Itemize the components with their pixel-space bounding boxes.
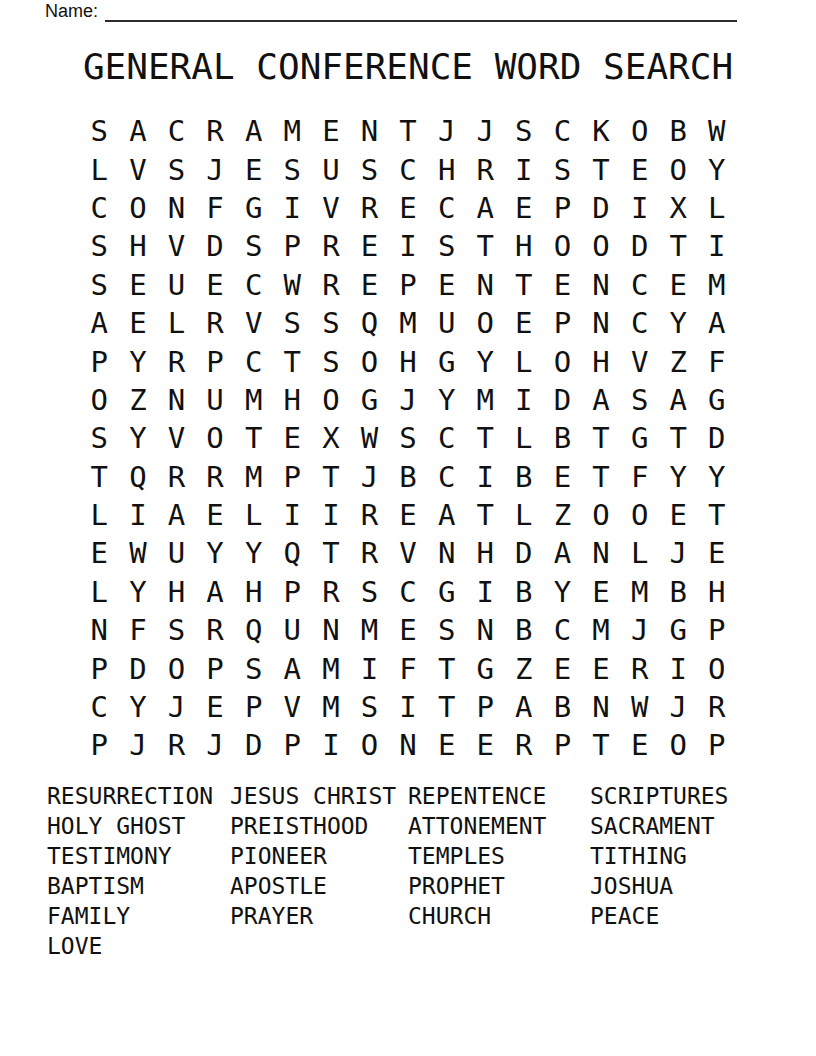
- grid-cell[interactable]: I: [389, 227, 428, 265]
- grid-cell[interactable]: S: [312, 304, 351, 342]
- grid-cell[interactable]: O: [466, 304, 505, 342]
- grid-cell[interactable]: R: [312, 266, 351, 304]
- grid-cell[interactable]: E: [389, 496, 428, 534]
- grid-cell[interactable]: S: [505, 112, 544, 150]
- grid-cell[interactable]: S: [350, 150, 389, 188]
- grid-cell[interactable]: N: [582, 304, 621, 342]
- grid-cell[interactable]: Y: [698, 150, 737, 188]
- grid-cell[interactable]: E: [196, 266, 235, 304]
- grid-cell[interactable]: V: [312, 189, 351, 227]
- grid-cell[interactable]: T: [389, 112, 428, 150]
- grid-cell[interactable]: M: [273, 112, 312, 150]
- grid-cell[interactable]: S: [427, 227, 466, 265]
- grid-cell[interactable]: L: [505, 419, 544, 457]
- grid-cell[interactable]: J: [466, 112, 505, 150]
- grid-cell[interactable]: N: [427, 534, 466, 572]
- grid-cell[interactable]: O: [582, 496, 621, 534]
- grid-cell[interactable]: T: [466, 419, 505, 457]
- grid-cell[interactable]: L: [505, 496, 544, 534]
- grid-cell[interactable]: J: [157, 688, 196, 726]
- grid-cell[interactable]: S: [80, 227, 119, 265]
- grid-cell[interactable]: R: [505, 726, 544, 764]
- grid-cell[interactable]: M: [582, 611, 621, 649]
- grid-cell[interactable]: H: [698, 573, 737, 611]
- grid-cell[interactable]: W: [350, 419, 389, 457]
- grid-cell[interactable]: D: [196, 227, 235, 265]
- grid-cell[interactable]: A: [543, 534, 582, 572]
- grid-cell[interactable]: R: [196, 611, 235, 649]
- grid-cell[interactable]: L: [698, 189, 737, 227]
- grid-cell[interactable]: Z: [543, 496, 582, 534]
- grid-cell[interactable]: P: [80, 649, 119, 687]
- grid-cell[interactable]: V: [119, 150, 158, 188]
- word-list-item: PREISTHOOD: [230, 812, 408, 842]
- grid-cell[interactable]: E: [389, 189, 428, 227]
- word-search-grid: SACRAMENTJJSCKOBWLVSJESUSCHRISTEOYCONFGI…: [80, 112, 736, 765]
- grid-cell[interactable]: E: [543, 649, 582, 687]
- grid-cell[interactable]: E: [505, 304, 544, 342]
- grid-cell[interactable]: J: [196, 726, 235, 764]
- grid-cell[interactable]: T: [582, 726, 621, 764]
- grid-cell[interactable]: E: [196, 496, 235, 534]
- grid-cell[interactable]: R: [157, 458, 196, 496]
- grid-cell[interactable]: H: [427, 150, 466, 188]
- grid-cell[interactable]: F: [620, 458, 659, 496]
- grid-cell[interactable]: J: [659, 688, 698, 726]
- grid-cell[interactable]: T: [80, 458, 119, 496]
- grid-cell[interactable]: W: [698, 112, 737, 150]
- grid-cell[interactable]: D: [698, 419, 737, 457]
- grid-cell[interactable]: O: [80, 381, 119, 419]
- grid-cell[interactable]: M: [698, 266, 737, 304]
- grid-cell[interactable]: M: [312, 688, 351, 726]
- grid-cell[interactable]: T: [659, 419, 698, 457]
- grid-cell[interactable]: P: [698, 726, 737, 764]
- grid-cell[interactable]: O: [350, 342, 389, 380]
- grid-cell[interactable]: S: [157, 150, 196, 188]
- grid-cell[interactable]: B: [505, 611, 544, 649]
- grid-cell[interactable]: C: [234, 342, 273, 380]
- grid-cell[interactable]: C: [427, 419, 466, 457]
- grid-cell[interactable]: P: [196, 342, 235, 380]
- grid-cell[interactable]: H: [582, 342, 621, 380]
- grid-cell[interactable]: G: [698, 381, 737, 419]
- grid-cell[interactable]: P: [273, 458, 312, 496]
- grid-cell[interactable]: U: [157, 534, 196, 572]
- grid-cell[interactable]: R: [620, 649, 659, 687]
- word-list-item: ATTONEMENT: [408, 812, 590, 842]
- grid-cell[interactable]: B: [505, 573, 544, 611]
- name-label: Name:: [45, 1, 98, 22]
- grid-cell[interactable]: N: [80, 611, 119, 649]
- grid-cell[interactable]: I: [698, 227, 737, 265]
- grid-cell[interactable]: E: [659, 496, 698, 534]
- grid-cell[interactable]: R: [157, 342, 196, 380]
- grid-cell[interactable]: D: [620, 227, 659, 265]
- name-input-line[interactable]: [105, 1, 737, 22]
- grid-cell[interactable]: E: [543, 266, 582, 304]
- grid-cell[interactable]: G: [620, 419, 659, 457]
- grid-cell[interactable]: Y: [234, 534, 273, 572]
- grid-cell[interactable]: H: [273, 381, 312, 419]
- grid-cell[interactable]: M: [234, 458, 273, 496]
- grid-cell[interactable]: O: [157, 649, 196, 687]
- grid-cell[interactable]: E: [427, 266, 466, 304]
- grid-cell[interactable]: N: [157, 189, 196, 227]
- grid-cell[interactable]: N: [312, 611, 351, 649]
- grid-cell[interactable]: F: [389, 649, 428, 687]
- grid-cell[interactable]: C: [157, 112, 196, 150]
- grid-cell[interactable]: P: [80, 726, 119, 764]
- grid-cell[interactable]: R: [196, 458, 235, 496]
- grid-cell[interactable]: P: [543, 189, 582, 227]
- grid-cell[interactable]: S: [80, 112, 119, 150]
- grid-cell[interactable]: Q: [350, 304, 389, 342]
- grid-cell[interactable]: C: [80, 189, 119, 227]
- grid-cell[interactable]: P: [698, 611, 737, 649]
- grid-cell[interactable]: V: [157, 227, 196, 265]
- grid-cell[interactable]: P: [543, 726, 582, 764]
- grid-cell[interactable]: U: [196, 381, 235, 419]
- grid-cell[interactable]: Y: [119, 688, 158, 726]
- grid-cell[interactable]: C: [234, 266, 273, 304]
- grid-cell[interactable]: A: [80, 304, 119, 342]
- grid-cell[interactable]: O: [543, 342, 582, 380]
- grid-cell[interactable]: P: [273, 726, 312, 764]
- grid-cell[interactable]: C: [543, 112, 582, 150]
- grid-cell[interactable]: A: [427, 496, 466, 534]
- grid-cell[interactable]: G: [427, 342, 466, 380]
- grid-cell[interactable]: U: [427, 304, 466, 342]
- grid-cell[interactable]: A: [234, 112, 273, 150]
- grid-cell[interactable]: I: [505, 381, 544, 419]
- grid-cell[interactable]: A: [505, 688, 544, 726]
- grid-cell[interactable]: S: [389, 419, 428, 457]
- grid-cell[interactable]: N: [582, 688, 621, 726]
- grid-cell[interactable]: N: [582, 534, 621, 572]
- grid-cell[interactable]: H: [119, 227, 158, 265]
- grid-cell[interactable]: C: [389, 573, 428, 611]
- grid-cell[interactable]: S: [350, 688, 389, 726]
- grid-cell[interactable]: U: [157, 266, 196, 304]
- grid-cell[interactable]: A: [119, 112, 158, 150]
- grid-cell[interactable]: Z: [659, 342, 698, 380]
- grid-cell[interactable]: J: [427, 112, 466, 150]
- grid-cell[interactable]: W: [620, 688, 659, 726]
- grid-cell[interactable]: T: [312, 458, 351, 496]
- grid-cell[interactable]: O: [196, 419, 235, 457]
- grid-cell[interactable]: Y: [119, 419, 158, 457]
- grid-cell[interactable]: L: [80, 150, 119, 188]
- grid-cell[interactable]: I: [312, 496, 351, 534]
- grid-cell[interactable]: A: [659, 381, 698, 419]
- grid-cell[interactable]: I: [312, 726, 351, 764]
- grid-cell[interactable]: S: [80, 419, 119, 457]
- grid-cell[interactable]: I: [466, 458, 505, 496]
- grid-cell[interactable]: S: [427, 611, 466, 649]
- grid-cell[interactable]: E: [234, 150, 273, 188]
- grid-cell[interactable]: Z: [505, 649, 544, 687]
- grid-cell[interactable]: T: [312, 534, 351, 572]
- grid-cell[interactable]: C: [427, 458, 466, 496]
- grid-cell[interactable]: E: [543, 458, 582, 496]
- grid-cell[interactable]: N: [466, 266, 505, 304]
- grid-cell[interactable]: F: [698, 342, 737, 380]
- grid-cell[interactable]: E: [582, 649, 621, 687]
- grid-cell[interactable]: J: [119, 726, 158, 764]
- grid-cell[interactable]: W: [273, 266, 312, 304]
- grid-cell[interactable]: I: [505, 150, 544, 188]
- grid-cell[interactable]: S: [620, 381, 659, 419]
- grid-cell[interactable]: R: [466, 150, 505, 188]
- grid-cell[interactable]: S: [273, 150, 312, 188]
- grid-cell[interactable]: Q: [273, 534, 312, 572]
- grid-cell[interactable]: R: [350, 189, 389, 227]
- grid-cell[interactable]: I: [659, 649, 698, 687]
- grid-cell[interactable]: O: [620, 112, 659, 150]
- grid-cell[interactable]: G: [466, 649, 505, 687]
- grid-cell[interactable]: T: [273, 342, 312, 380]
- grid-cell[interactable]: E: [389, 611, 428, 649]
- grid-cell[interactable]: S: [312, 342, 351, 380]
- grid-cell[interactable]: E: [119, 304, 158, 342]
- grid-cell[interactable]: E: [620, 150, 659, 188]
- grid-cell[interactable]: E: [350, 227, 389, 265]
- grid-cell[interactable]: N: [350, 112, 389, 150]
- grid-cell[interactable]: D: [582, 189, 621, 227]
- grid-cell[interactable]: P: [196, 649, 235, 687]
- grid-cell[interactable]: E: [698, 534, 737, 572]
- grid-cell[interactable]: F: [119, 611, 158, 649]
- grid-cell[interactable]: K: [582, 112, 621, 150]
- grid-cell[interactable]: Y: [659, 458, 698, 496]
- grid-cell[interactable]: T: [234, 419, 273, 457]
- grid-cell[interactable]: E: [312, 112, 351, 150]
- grid-cell[interactable]: L: [80, 573, 119, 611]
- grid-cell[interactable]: E: [659, 266, 698, 304]
- grid-cell[interactable]: U: [312, 150, 351, 188]
- grid-cell[interactable]: V: [620, 342, 659, 380]
- grid-cell[interactable]: A: [698, 304, 737, 342]
- grid-cell[interactable]: O: [350, 726, 389, 764]
- grid-cell[interactable]: E: [427, 726, 466, 764]
- grid-cell[interactable]: I: [466, 573, 505, 611]
- grid-cell[interactable]: P: [273, 227, 312, 265]
- grid-cell[interactable]: N: [582, 266, 621, 304]
- grid-cell[interactable]: R: [157, 726, 196, 764]
- grid-cell[interactable]: H: [505, 227, 544, 265]
- grid-cell[interactable]: I: [273, 496, 312, 534]
- grid-cell[interactable]: E: [466, 726, 505, 764]
- grid-cell[interactable]: T: [659, 227, 698, 265]
- grid-cell[interactable]: P: [80, 342, 119, 380]
- grid-cell[interactable]: S: [234, 227, 273, 265]
- grid-cell[interactable]: O: [582, 227, 621, 265]
- grid-cell[interactable]: T: [466, 227, 505, 265]
- grid-cell[interactable]: E: [350, 266, 389, 304]
- grid-cell[interactable]: L: [620, 534, 659, 572]
- grid-cell[interactable]: M: [350, 611, 389, 649]
- grid-cell[interactable]: A: [273, 649, 312, 687]
- grid-cell[interactable]: A: [466, 189, 505, 227]
- grid-cell[interactable]: T: [698, 496, 737, 534]
- grid-cell[interactable]: R: [196, 304, 235, 342]
- grid-cell[interactable]: L: [80, 496, 119, 534]
- grid-cell[interactable]: O: [312, 381, 351, 419]
- grid-cell[interactable]: S: [157, 611, 196, 649]
- grid-cell[interactable]: I: [350, 649, 389, 687]
- grid-cell[interactable]: Y: [543, 573, 582, 611]
- grid-cell[interactable]: C: [620, 266, 659, 304]
- grid-cell[interactable]: A: [582, 381, 621, 419]
- grid-cell[interactable]: H: [157, 573, 196, 611]
- grid-cell[interactable]: F: [196, 189, 235, 227]
- grid-cell[interactable]: O: [659, 726, 698, 764]
- grid-cell[interactable]: O: [543, 227, 582, 265]
- grid-cell[interactable]: E: [80, 534, 119, 572]
- grid-cell[interactable]: J: [350, 458, 389, 496]
- grid-cell[interactable]: N: [466, 611, 505, 649]
- grid-cell[interactable]: E: [620, 726, 659, 764]
- grid-cell[interactable]: G: [427, 573, 466, 611]
- grid-cell[interactable]: Y: [119, 573, 158, 611]
- grid-cell[interactable]: T: [582, 150, 621, 188]
- grid-cell[interactable]: V: [157, 419, 196, 457]
- grid-cell[interactable]: Y: [698, 458, 737, 496]
- grid-cell[interactable]: C: [80, 688, 119, 726]
- grid-cell[interactable]: I: [389, 688, 428, 726]
- grid-cell[interactable]: V: [389, 534, 428, 572]
- grid-cell[interactable]: J: [620, 611, 659, 649]
- grid-cell[interactable]: B: [389, 458, 428, 496]
- grid-cell[interactable]: Y: [196, 534, 235, 572]
- grid-cell[interactable]: J: [659, 534, 698, 572]
- grid-cell[interactable]: Q: [234, 611, 273, 649]
- grid-cell[interactable]: C: [620, 304, 659, 342]
- grid-cell[interactable]: C: [543, 611, 582, 649]
- grid-cell[interactable]: E: [273, 419, 312, 457]
- grid-cell[interactable]: M: [234, 381, 273, 419]
- grid-cell[interactable]: Q: [119, 458, 158, 496]
- grid-cell[interactable]: H: [234, 573, 273, 611]
- grid-cell[interactable]: E: [196, 688, 235, 726]
- grid-cell[interactable]: V: [273, 688, 312, 726]
- grid-cell[interactable]: R: [350, 496, 389, 534]
- grid-cell[interactable]: X: [312, 419, 351, 457]
- grid-cell[interactable]: A: [157, 496, 196, 534]
- grid-cell[interactable]: D: [543, 381, 582, 419]
- grid-cell[interactable]: G: [350, 381, 389, 419]
- grid-cell[interactable]: B: [543, 688, 582, 726]
- grid-cell[interactable]: U: [273, 611, 312, 649]
- grid-cell[interactable]: N: [389, 726, 428, 764]
- grid-cell[interactable]: E: [119, 266, 158, 304]
- grid-cell[interactable]: H: [389, 342, 428, 380]
- grid-cell[interactable]: T: [582, 458, 621, 496]
- grid-cell[interactable]: T: [505, 266, 544, 304]
- grid-cell[interactable]: D: [119, 649, 158, 687]
- grid-cell[interactable]: T: [427, 688, 466, 726]
- grid-cell[interactable]: M: [466, 381, 505, 419]
- grid-cell[interactable]: G: [234, 189, 273, 227]
- grid-cell[interactable]: N: [157, 381, 196, 419]
- grid-cell[interactable]: T: [582, 419, 621, 457]
- grid-cell[interactable]: P: [543, 304, 582, 342]
- grid-cell[interactable]: D: [234, 726, 273, 764]
- grid-cell[interactable]: R: [312, 227, 351, 265]
- grid-cell[interactable]: M: [620, 573, 659, 611]
- grid-cell[interactable]: C: [389, 150, 428, 188]
- grid-cell[interactable]: D: [505, 534, 544, 572]
- grid-cell[interactable]: Y: [119, 342, 158, 380]
- grid-cell[interactable]: O: [698, 649, 737, 687]
- grid-cell[interactable]: T: [466, 496, 505, 534]
- grid-cell[interactable]: E: [505, 189, 544, 227]
- grid-cell[interactable]: B: [543, 419, 582, 457]
- grid-cell[interactable]: R: [698, 688, 737, 726]
- grid-cell[interactable]: S: [80, 266, 119, 304]
- grid-cell[interactable]: G: [659, 611, 698, 649]
- grid-cell[interactable]: L: [157, 304, 196, 342]
- grid-cell[interactable]: X: [659, 189, 698, 227]
- grid-cell[interactable]: J: [389, 381, 428, 419]
- grid-cell[interactable]: I: [119, 496, 158, 534]
- grid-cell[interactable]: P: [273, 573, 312, 611]
- grid-cell[interactable]: A: [196, 573, 235, 611]
- word-list-item: PRAYER: [230, 902, 408, 932]
- grid-cell[interactable]: E: [582, 573, 621, 611]
- grid-cell[interactable]: S: [234, 649, 273, 687]
- grid-cell[interactable]: I: [620, 189, 659, 227]
- grid-cell[interactable]: S: [543, 150, 582, 188]
- grid-cell[interactable]: L: [234, 496, 273, 534]
- word-list-column: SCRIPTURESSACRAMENTTITHINGJOSHUAPEACE: [590, 782, 728, 932]
- grid-cell[interactable]: Y: [466, 342, 505, 380]
- grid-cell[interactable]: S: [350, 573, 389, 611]
- grid-cell[interactable]: B: [505, 458, 544, 496]
- grid-cell[interactable]: Z: [119, 381, 158, 419]
- grid-cell[interactable]: B: [659, 573, 698, 611]
- word-list-item: TITHING: [590, 842, 728, 872]
- grid-cell[interactable]: O: [659, 150, 698, 188]
- grid-cell[interactable]: P: [389, 266, 428, 304]
- grid-cell[interactable]: M: [312, 649, 351, 687]
- grid-cell[interactable]: J: [196, 150, 235, 188]
- grid-cell[interactable]: R: [312, 573, 351, 611]
- grid-cell[interactable]: W: [119, 534, 158, 572]
- grid-cell[interactable]: P: [466, 688, 505, 726]
- grid-cell[interactable]: Y: [659, 304, 698, 342]
- grid-cell[interactable]: L: [505, 342, 544, 380]
- grid-cell[interactable]: B: [659, 112, 698, 150]
- grid-cell[interactable]: I: [273, 189, 312, 227]
- word-list-item: TEMPLES: [408, 842, 590, 872]
- grid-cell[interactable]: O: [119, 189, 158, 227]
- grid-cell[interactable]: T: [427, 649, 466, 687]
- grid-cell[interactable]: Y: [427, 381, 466, 419]
- grid-cell[interactable]: O: [620, 496, 659, 534]
- grid-cell[interactable]: P: [234, 688, 273, 726]
- word-list-item: PEACE: [590, 902, 728, 932]
- grid-cell[interactable]: H: [466, 534, 505, 572]
- grid-cell[interactable]: M: [389, 304, 428, 342]
- word-list-item: APOSTLE: [230, 872, 408, 902]
- grid-cell[interactable]: S: [273, 304, 312, 342]
- grid-cell[interactable]: R: [350, 534, 389, 572]
- grid-cell[interactable]: C: [427, 189, 466, 227]
- grid-cell[interactable]: V: [234, 304, 273, 342]
- grid-cell[interactable]: R: [196, 112, 235, 150]
